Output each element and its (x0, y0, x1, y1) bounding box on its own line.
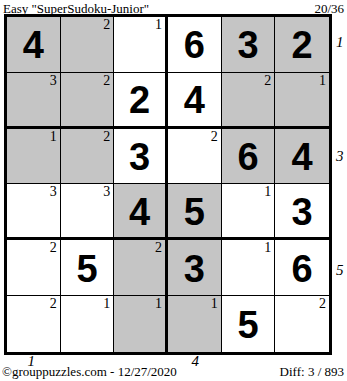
cell-value: 3 (184, 250, 205, 288)
corner-mark: 2 (264, 73, 271, 89)
cell-r2c4[interactable]: 4 (168, 73, 222, 129)
cell-value: 5 (76, 250, 97, 288)
cell-r4c5[interactable]: 1 (222, 184, 276, 240)
sudoku-board: 421632322421123264334513252316211152 (4, 14, 332, 355)
cell-r2c1[interactable]: 3 (7, 73, 61, 129)
corner-mark: 3 (50, 73, 57, 89)
cell-r4c4[interactable]: 5 (168, 184, 222, 240)
corner-mark: 1 (103, 296, 110, 312)
cell-value: 5 (237, 306, 258, 344)
cell-value: 4 (184, 81, 205, 119)
cell-r4c3[interactable]: 4 (114, 184, 168, 240)
cell-r5c2[interactable]: 5 (61, 240, 115, 296)
cell-r6c1[interactable]: 2 (7, 296, 61, 352)
cell-r5c1[interactable]: 2 (7, 240, 61, 296)
corner-mark: 1 (155, 296, 162, 312)
corner-mark: 2 (155, 240, 162, 256)
cell-r2c2[interactable]: 2 (61, 73, 115, 129)
cell-r3c1[interactable]: 1 (7, 129, 61, 185)
cell-r1c6[interactable]: 2 (275, 17, 329, 73)
cell-r2c5[interactable]: 2 (222, 73, 276, 129)
cell-r6c4[interactable]: 1 (168, 296, 222, 352)
cell-r3c5[interactable]: 6 (222, 129, 276, 185)
corner-mark: 3 (103, 184, 110, 200)
cell-value: 6 (237, 138, 258, 176)
row-label-5: 5 (336, 261, 347, 278)
corner-mark: 2 (319, 296, 326, 312)
corner-mark: 1 (211, 296, 218, 312)
cell-r5c3[interactable]: 2 (114, 240, 168, 296)
cell-value: 3 (129, 138, 150, 176)
corner-mark: 1 (319, 73, 326, 89)
cell-r1c2[interactable]: 2 (61, 17, 115, 73)
cell-r1c1[interactable]: 4 (7, 17, 61, 73)
row-label-3: 3 (336, 148, 347, 165)
col-label-4: 4 (192, 353, 200, 368)
cell-r1c5[interactable]: 3 (222, 17, 276, 73)
cell-value: 6 (292, 250, 313, 288)
cell-r1c3[interactable]: 1 (114, 17, 168, 73)
cell-value: 5 (184, 193, 205, 231)
cell-r2c6[interactable]: 1 (275, 73, 329, 129)
cell-r1c4[interactable]: 6 (168, 17, 222, 73)
cell-r5c5[interactable]: 1 (222, 240, 276, 296)
cell-r6c6[interactable]: 2 (275, 296, 329, 352)
cell-value: 4 (129, 193, 150, 231)
cell-r5c4[interactable]: 3 (168, 240, 222, 296)
row-label-1: 1 (336, 34, 347, 51)
cell-value: 4 (23, 26, 44, 64)
cell-r4c2[interactable]: 3 (61, 184, 115, 240)
corner-mark: 1 (155, 17, 162, 33)
cell-r3c6[interactable]: 4 (275, 129, 329, 185)
corner-mark: 2 (211, 129, 218, 145)
cell-r6c3[interactable]: 1 (114, 296, 168, 352)
cell-value: 3 (292, 193, 313, 231)
cell-value: 3 (237, 26, 258, 64)
cell-r6c2[interactable]: 1 (61, 296, 115, 352)
cell-r3c2[interactable]: 2 (61, 129, 115, 185)
puzzle-page: Easy "SuperSudoku-Junior" 20/36 42163232… (0, 0, 347, 381)
cell-value: 2 (292, 26, 313, 64)
cell-r5c6[interactable]: 6 (275, 240, 329, 296)
corner-mark: 2 (103, 17, 110, 33)
cell-value: 2 (129, 81, 150, 119)
cell-value: 4 (292, 138, 313, 176)
cell-r6c5[interactable]: 5 (222, 296, 276, 352)
cell-r3c4[interactable]: 2 (168, 129, 222, 185)
corner-mark: 3 (50, 184, 57, 200)
cell-r4c1[interactable]: 3 (7, 184, 61, 240)
corner-mark: 1 (50, 129, 57, 145)
corner-mark: 2 (103, 73, 110, 89)
corner-mark: 1 (264, 240, 271, 256)
cell-value: 6 (184, 26, 205, 64)
difficulty-text: Diff: 3 / 893 (280, 364, 344, 380)
corner-mark: 2 (50, 240, 57, 256)
copyright-text: ©grouppuzzles.com - 12/27/2020 (2, 364, 177, 380)
corner-mark: 2 (103, 129, 110, 145)
cell-r3c3[interactable]: 3 (114, 129, 168, 185)
cell-r4c6[interactable]: 3 (275, 184, 329, 240)
corner-mark: 2 (50, 296, 57, 312)
cell-r2c3[interactable]: 2 (114, 73, 168, 129)
corner-mark: 1 (264, 184, 271, 200)
